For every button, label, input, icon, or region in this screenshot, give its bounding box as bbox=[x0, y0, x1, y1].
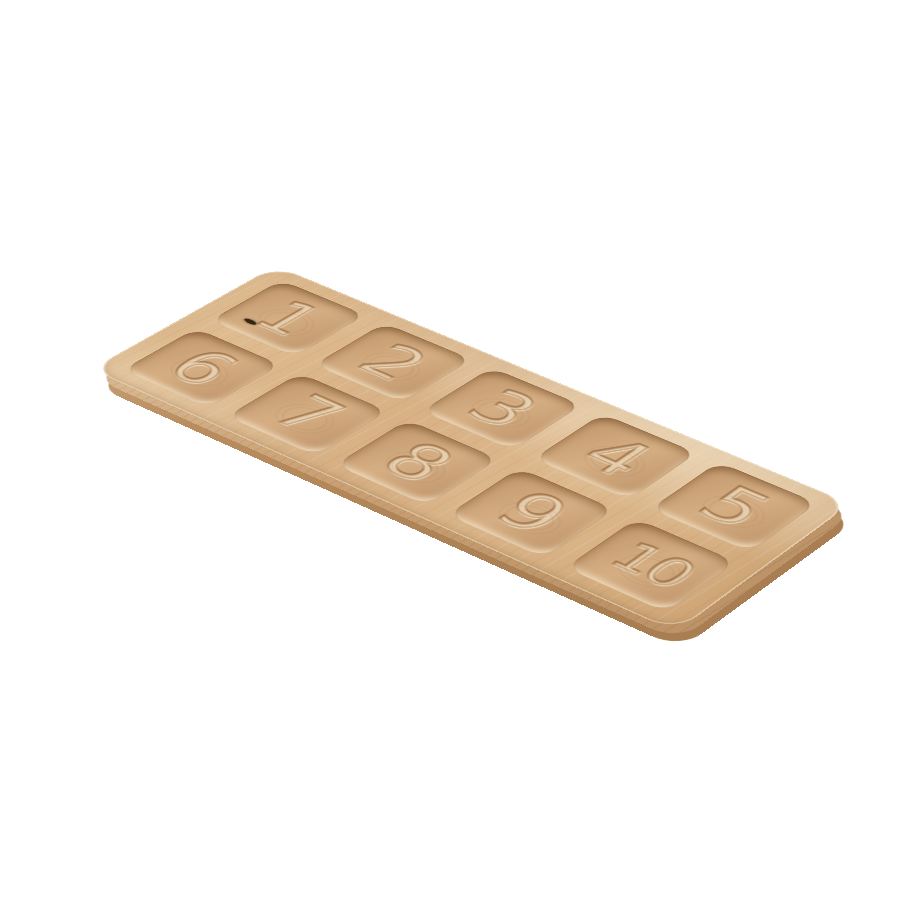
photo-background: 12345678910 bbox=[0, 0, 899, 899]
engraved-number: 2 bbox=[345, 337, 440, 387]
engraved-number: 7 bbox=[258, 388, 356, 440]
engraved-number: 10 bbox=[599, 536, 703, 593]
engraved-number: 4 bbox=[567, 429, 664, 483]
engraved-number: 1 bbox=[241, 294, 335, 342]
engraved-number: 6 bbox=[153, 342, 250, 392]
engraved-number: 9 bbox=[481, 484, 581, 541]
tray-face: 12345678910 bbox=[91, 266, 852, 632]
engraved-number: 8 bbox=[367, 435, 466, 490]
engraved-number: 3 bbox=[454, 382, 550, 434]
tray-face-grid: 12345678910 bbox=[91, 266, 852, 632]
number-tray-board: 12345678910 bbox=[85, 292, 835, 577]
engraved-number: 5 bbox=[685, 478, 784, 535]
